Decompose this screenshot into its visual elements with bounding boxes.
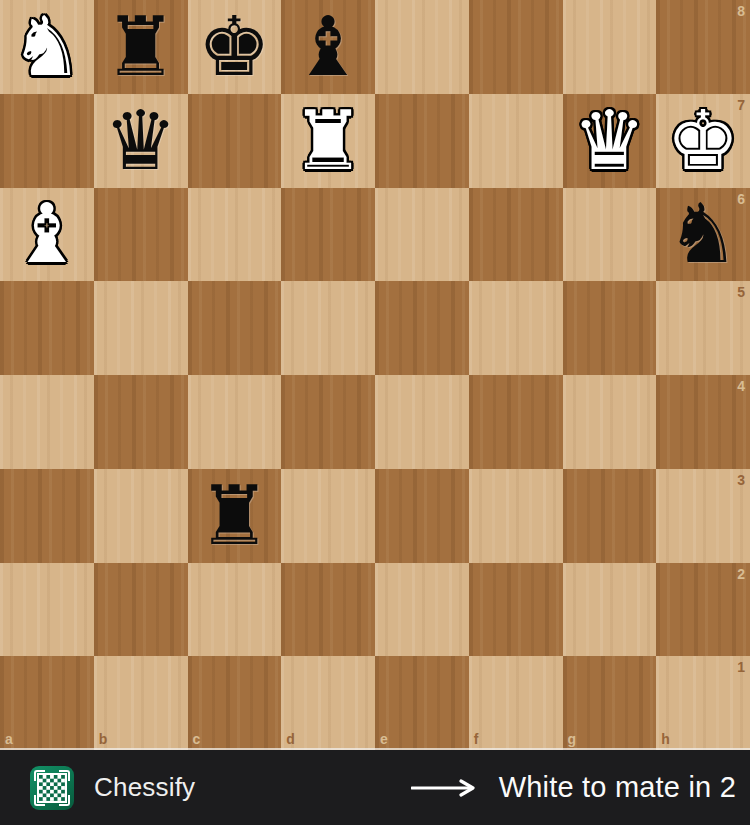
square-g1[interactable]: g — [563, 656, 657, 750]
piece-black-king: ♚ — [198, 6, 272, 88]
square-h8[interactable]: 8 — [656, 0, 750, 94]
square-h3[interactable]: 3 — [656, 469, 750, 563]
square-e4[interactable] — [375, 375, 469, 469]
square-f2[interactable] — [469, 563, 563, 657]
square-h1[interactable]: h1 — [656, 656, 750, 750]
square-a8[interactable]: ♞ — [0, 0, 94, 94]
square-d8[interactable]: ♝ — [281, 0, 375, 94]
square-a5[interactable] — [0, 281, 94, 375]
square-g8[interactable] — [563, 0, 657, 94]
square-h7[interactable]: ♚7 — [656, 94, 750, 188]
scan-frame-corner-icon — [59, 770, 70, 781]
square-c7[interactable] — [188, 94, 282, 188]
footer-bar: Chessify White to mate in 2 — [0, 750, 750, 825]
square-b2[interactable] — [94, 563, 188, 657]
square-c3[interactable]: ♜ — [188, 469, 282, 563]
piece-white-king: ♚ — [666, 100, 740, 182]
square-b4[interactable] — [94, 375, 188, 469]
piece-black-rook: ♜ — [198, 475, 272, 557]
file-label-a: a — [5, 731, 13, 747]
square-c1[interactable]: c — [188, 656, 282, 750]
square-g6[interactable] — [563, 188, 657, 282]
piece-black-queen: ♛ — [104, 100, 178, 182]
square-e3[interactable] — [375, 469, 469, 563]
file-label-c: c — [193, 731, 201, 747]
square-g4[interactable] — [563, 375, 657, 469]
square-a7[interactable] — [0, 94, 94, 188]
square-d7[interactable]: ♜ — [281, 94, 375, 188]
piece-white-rook: ♜ — [291, 100, 365, 182]
file-label-f: f — [474, 731, 479, 747]
square-f1[interactable]: f — [469, 656, 563, 750]
square-e5[interactable] — [375, 281, 469, 375]
board-bottom-edge — [0, 748, 750, 750]
square-b6[interactable] — [94, 188, 188, 282]
file-label-e: e — [380, 731, 388, 747]
rank-label-5: 5 — [737, 284, 745, 300]
square-b8[interactable]: ♜ — [94, 0, 188, 94]
square-e2[interactable] — [375, 563, 469, 657]
chessify-logo-icon — [30, 766, 74, 810]
square-h4[interactable]: 4 — [656, 375, 750, 469]
square-f5[interactable] — [469, 281, 563, 375]
square-g3[interactable] — [563, 469, 657, 563]
piece-black-rook: ♜ — [104, 6, 178, 88]
square-c6[interactable] — [188, 188, 282, 282]
puzzle-caption-group: White to mate in 2 — [411, 771, 736, 804]
square-b5[interactable] — [94, 281, 188, 375]
square-a3[interactable] — [0, 469, 94, 563]
piece-white-knight: ♞ — [10, 6, 84, 88]
square-c8[interactable]: ♚ — [188, 0, 282, 94]
scan-frame-corner-icon — [34, 795, 45, 806]
square-a2[interactable] — [0, 563, 94, 657]
square-a1[interactable]: a — [0, 656, 94, 750]
square-g2[interactable] — [563, 563, 657, 657]
brand: Chessify — [30, 766, 195, 810]
piece-white-bishop: ♝ — [10, 193, 84, 275]
rank-label-1: 1 — [737, 659, 745, 675]
square-f7[interactable] — [469, 94, 563, 188]
square-b1[interactable]: b — [94, 656, 188, 750]
square-a4[interactable] — [0, 375, 94, 469]
square-c4[interactable] — [188, 375, 282, 469]
file-label-g: g — [568, 731, 577, 747]
right-arrow-icon — [411, 779, 479, 797]
square-e7[interactable] — [375, 94, 469, 188]
square-f4[interactable] — [469, 375, 563, 469]
square-a6[interactable]: ♝ — [0, 188, 94, 282]
piece-black-knight: ♞ — [666, 193, 740, 275]
square-f8[interactable] — [469, 0, 563, 94]
square-b7[interactable]: ♛ — [94, 94, 188, 188]
file-label-b: b — [99, 731, 108, 747]
square-d6[interactable] — [281, 188, 375, 282]
square-d5[interactable] — [281, 281, 375, 375]
rank-label-8: 8 — [737, 3, 745, 19]
square-b3[interactable] — [94, 469, 188, 563]
square-h5[interactable]: 5 — [656, 281, 750, 375]
scan-frame-corner-icon — [59, 795, 70, 806]
rank-label-6: 6 — [737, 191, 745, 207]
rank-label-7: 7 — [737, 97, 745, 113]
rank-label-2: 2 — [737, 566, 745, 582]
file-label-d: d — [286, 731, 295, 747]
scan-frame-corner-icon — [34, 770, 45, 781]
square-e6[interactable] — [375, 188, 469, 282]
piece-white-queen: ♛ — [573, 100, 647, 182]
square-g7[interactable]: ♛ — [563, 94, 657, 188]
rank-label-4: 4 — [737, 378, 745, 394]
square-d3[interactable] — [281, 469, 375, 563]
rank-label-3: 3 — [737, 472, 745, 488]
square-d1[interactable]: d — [281, 656, 375, 750]
puzzle-caption: White to mate in 2 — [499, 771, 736, 804]
square-d4[interactable] — [281, 375, 375, 469]
square-c2[interactable] — [188, 563, 282, 657]
square-f6[interactable] — [469, 188, 563, 282]
square-g5[interactable] — [563, 281, 657, 375]
square-f3[interactable] — [469, 469, 563, 563]
square-e8[interactable] — [375, 0, 469, 94]
chess-board: ♞♜♚♝8♛♜♛♚7♝♞654♜32abcdefgh1 — [0, 0, 750, 750]
square-h6[interactable]: ♞6 — [656, 188, 750, 282]
square-c5[interactable] — [188, 281, 282, 375]
piece-black-bishop: ♝ — [291, 6, 365, 88]
file-label-h: h — [661, 731, 670, 747]
square-e1[interactable]: e — [375, 656, 469, 750]
brand-name: Chessify — [94, 772, 195, 803]
square-d2[interactable] — [281, 563, 375, 657]
square-h2[interactable]: 2 — [656, 563, 750, 657]
